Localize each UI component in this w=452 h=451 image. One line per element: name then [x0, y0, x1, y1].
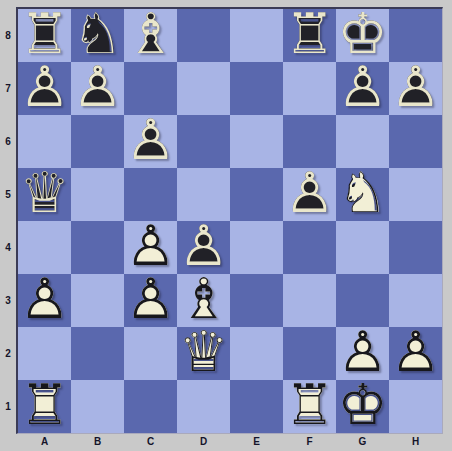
file-label-e: E: [230, 434, 283, 450]
square-h2[interactable]: ♟♙: [389, 327, 442, 380]
square-e7[interactable]: [230, 62, 283, 115]
square-a3[interactable]: ♟♙: [18, 274, 71, 327]
white-pawn-glyph-outline: ♙: [124, 271, 177, 327]
white-king-glyph-fill: ♚: [336, 377, 389, 433]
square-e1[interactable]: [230, 380, 283, 433]
square-a1[interactable]: ♜♖: [18, 380, 71, 433]
black-queen[interactable]: ♛♕: [18, 168, 71, 221]
rank-label-1: 1: [0, 380, 16, 433]
square-c5[interactable]: [124, 168, 177, 221]
white-bishop[interactable]: ♝♗: [177, 274, 230, 327]
white-queen-glyph-fill: ♛: [177, 324, 230, 380]
square-e5[interactable]: [230, 168, 283, 221]
square-g8[interactable]: ♚♔: [336, 9, 389, 62]
black-knight-glyph-fill: ♞: [71, 6, 124, 62]
white-king[interactable]: ♚♔: [336, 380, 389, 433]
square-f2[interactable]: [283, 327, 336, 380]
black-rook[interactable]: ♜♖: [18, 9, 71, 62]
square-b7[interactable]: ♟♙: [71, 62, 124, 115]
square-b2[interactable]: [71, 327, 124, 380]
black-pawn[interactable]: ♟♙: [71, 62, 124, 115]
file-label-b: B: [71, 434, 124, 450]
black-knight-glyph-outline: ♘: [71, 6, 124, 62]
square-a6[interactable]: [18, 115, 71, 168]
file-label-c: C: [124, 434, 177, 450]
square-a7[interactable]: ♟♙: [18, 62, 71, 115]
white-rook-glyph-fill: ♜: [283, 377, 336, 433]
black-queen-glyph-fill: ♛: [18, 165, 71, 221]
board-frame: ♜♖♞♘♝♗♜♖♚♔♟♙♟♙♟♙♟♙♟♙♛♕♟♙♞♘♟♙♟♙♟♙♟♙♝♗♛♕♟♙…: [16, 7, 443, 434]
square-g4[interactable]: [336, 221, 389, 274]
file-label-h: H: [389, 434, 442, 450]
rank-label-8: 8: [0, 9, 16, 62]
square-a4[interactable]: [18, 221, 71, 274]
white-pawn[interactable]: ♟♙: [389, 327, 442, 380]
white-bishop-glyph-fill: ♝: [177, 271, 230, 327]
black-pawn-glyph-fill: ♟: [389, 59, 442, 115]
white-pawn-glyph-outline: ♙: [124, 218, 177, 274]
rank-label-7: 7: [0, 62, 16, 115]
square-g1[interactable]: ♚♔: [336, 380, 389, 433]
rank-label-2: 2: [0, 327, 16, 380]
rank-label-5: 5: [0, 168, 16, 221]
square-e8[interactable]: [230, 9, 283, 62]
rank-label-6: 6: [0, 115, 16, 168]
black-pawn-glyph-outline: ♙: [18, 59, 71, 115]
rank-label-3: 3: [0, 274, 16, 327]
black-pawn-glyph-fill: ♟: [124, 112, 177, 168]
black-pawn-glyph-outline: ♙: [283, 165, 336, 221]
white-king-glyph-outline: ♔: [336, 377, 389, 433]
black-pawn[interactable]: ♟♙: [18, 62, 71, 115]
white-rook[interactable]: ♜♖: [283, 380, 336, 433]
square-f5[interactable]: ♟♙: [283, 168, 336, 221]
square-g6[interactable]: [336, 115, 389, 168]
white-pawn-glyph-fill: ♟: [336, 324, 389, 380]
white-pawn[interactable]: ♟♙: [124, 274, 177, 327]
black-pawn-glyph-fill: ♟: [336, 59, 389, 115]
white-pawn[interactable]: ♟♙: [124, 221, 177, 274]
square-f1[interactable]: ♜♖: [283, 380, 336, 433]
black-pawn-glyph-outline: ♙: [71, 59, 124, 115]
square-d2[interactable]: ♛♕: [177, 327, 230, 380]
black-pawn-glyph-fill: ♟: [283, 165, 336, 221]
square-d1[interactable]: [177, 380, 230, 433]
square-d8[interactable]: [177, 9, 230, 62]
file-label-g: G: [336, 434, 389, 450]
square-b1[interactable]: [71, 380, 124, 433]
black-rook-glyph-fill: ♜: [18, 6, 71, 62]
black-knight[interactable]: ♞♘: [71, 9, 124, 62]
white-knight-glyph-fill: ♞: [336, 165, 389, 221]
square-e3[interactable]: [230, 274, 283, 327]
square-d5[interactable]: [177, 168, 230, 221]
black-bishop-glyph-outline: ♗: [124, 6, 177, 62]
white-rook-glyph-fill: ♜: [18, 377, 71, 433]
white-queen[interactable]: ♛♕: [177, 327, 230, 380]
black-rook[interactable]: ♜♖: [283, 9, 336, 62]
black-rook-glyph-fill: ♜: [283, 6, 336, 62]
square-b8[interactable]: ♞♘: [71, 9, 124, 62]
white-knight-glyph-outline: ♘: [336, 165, 389, 221]
square-h1[interactable]: [389, 380, 442, 433]
square-c8[interactable]: ♝♗: [124, 9, 177, 62]
square-c4[interactable]: ♟♙: [124, 221, 177, 274]
square-h7[interactable]: ♟♙: [389, 62, 442, 115]
square-b6[interactable]: [71, 115, 124, 168]
square-h6[interactable]: [389, 115, 442, 168]
black-king[interactable]: ♚♔: [336, 9, 389, 62]
square-b5[interactable]: [71, 168, 124, 221]
square-e6[interactable]: [230, 115, 283, 168]
square-b3[interactable]: [71, 274, 124, 327]
black-pawn-glyph-outline: ♙: [177, 218, 230, 274]
square-g7[interactable]: ♟♙: [336, 62, 389, 115]
black-bishop[interactable]: ♝♗: [124, 9, 177, 62]
square-g2[interactable]: ♟♙: [336, 327, 389, 380]
white-pawn[interactable]: ♟♙: [336, 327, 389, 380]
square-b4[interactable]: [71, 221, 124, 274]
black-pawn-glyph-fill: ♟: [177, 218, 230, 274]
white-pawn-glyph-fill: ♟: [389, 324, 442, 380]
rank-coordinates: 87654321: [0, 9, 16, 433]
black-pawn[interactable]: ♟♙: [283, 168, 336, 221]
black-pawn-glyph-outline: ♙: [124, 112, 177, 168]
file-label-a: A: [18, 434, 71, 450]
file-label-f: F: [283, 434, 336, 450]
white-pawn-glyph-outline: ♙: [336, 324, 389, 380]
white-pawn-glyph-fill: ♟: [124, 218, 177, 274]
black-pawn-glyph-fill: ♟: [71, 59, 124, 115]
square-h4[interactable]: [389, 221, 442, 274]
square-c2[interactable]: [124, 327, 177, 380]
square-c6[interactable]: ♟♙: [124, 115, 177, 168]
square-c3[interactable]: ♟♙: [124, 274, 177, 327]
square-f6[interactable]: [283, 115, 336, 168]
square-e4[interactable]: [230, 221, 283, 274]
rank-label-4: 4: [0, 221, 16, 274]
black-rook-glyph-outline: ♖: [283, 6, 336, 62]
white-pawn-glyph-outline: ♙: [18, 271, 71, 327]
white-pawn-glyph-fill: ♟: [18, 271, 71, 327]
square-h8[interactable]: [389, 9, 442, 62]
square-d3[interactable]: ♝♗: [177, 274, 230, 327]
square-f4[interactable]: [283, 221, 336, 274]
white-pawn[interactable]: ♟♙: [18, 274, 71, 327]
black-pawn-glyph-outline: ♙: [336, 59, 389, 115]
black-pawn[interactable]: ♟♙: [177, 221, 230, 274]
black-queen-glyph-outline: ♕: [18, 165, 71, 221]
chess-board: ♜♖♞♘♝♗♜♖♚♔♟♙♟♙♟♙♟♙♟♙♛♕♟♙♞♘♟♙♟♙♟♙♟♙♝♗♛♕♟♙…: [18, 9, 442, 433]
square-c1[interactable]: [124, 380, 177, 433]
square-h5[interactable]: [389, 168, 442, 221]
square-g3[interactable]: [336, 274, 389, 327]
black-king-glyph-fill: ♚: [336, 6, 389, 62]
black-king-glyph-outline: ♔: [336, 6, 389, 62]
white-rook[interactable]: ♜♖: [18, 380, 71, 433]
square-d6[interactable]: [177, 115, 230, 168]
white-queen-glyph-outline: ♕: [177, 324, 230, 380]
square-a5[interactable]: ♛♕: [18, 168, 71, 221]
square-f7[interactable]: [283, 62, 336, 115]
white-pawn-glyph-outline: ♙: [389, 324, 442, 380]
square-c7[interactable]: [124, 62, 177, 115]
black-pawn[interactable]: ♟♙: [389, 62, 442, 115]
chess-diagram-window: { "game": "chess", "position": { "fen": …: [0, 0, 452, 451]
white-rook-glyph-outline: ♖: [283, 377, 336, 433]
square-g5[interactable]: ♞♘: [336, 168, 389, 221]
file-label-d: D: [177, 434, 230, 450]
square-e2[interactable]: [230, 327, 283, 380]
black-pawn[interactable]: ♟♙: [124, 115, 177, 168]
black-pawn-glyph-fill: ♟: [18, 59, 71, 115]
square-d4[interactable]: ♟♙: [177, 221, 230, 274]
white-knight[interactable]: ♞♘: [336, 168, 389, 221]
black-pawn-glyph-outline: ♙: [389, 59, 442, 115]
black-pawn[interactable]: ♟♙: [336, 62, 389, 115]
square-d7[interactable]: [177, 62, 230, 115]
white-bishop-glyph-outline: ♗: [177, 271, 230, 327]
file-coordinates: ABCDEFGH: [18, 434, 442, 450]
black-bishop-glyph-fill: ♝: [124, 6, 177, 62]
black-rook-glyph-outline: ♖: [18, 6, 71, 62]
white-rook-glyph-outline: ♖: [18, 377, 71, 433]
square-f3[interactable]: [283, 274, 336, 327]
square-a8[interactable]: ♜♖: [18, 9, 71, 62]
square-a2[interactable]: [18, 327, 71, 380]
square-h3[interactable]: [389, 274, 442, 327]
square-f8[interactable]: ♜♖: [283, 9, 336, 62]
white-pawn-glyph-fill: ♟: [124, 271, 177, 327]
